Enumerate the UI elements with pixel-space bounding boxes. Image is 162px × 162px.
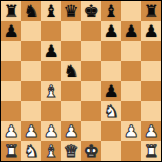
- square-f1[interactable]: [101, 141, 121, 161]
- piece-white-king[interactable]: ♚: [83, 141, 98, 161]
- square-c7[interactable]: [41, 21, 61, 41]
- piece-black-pawn[interactable]: ♟: [103, 81, 118, 101]
- square-g4[interactable]: [121, 81, 141, 101]
- piece-white-bishop[interactable]: ♝: [43, 141, 58, 161]
- square-b3[interactable]: [21, 101, 41, 121]
- square-d6[interactable]: [61, 41, 81, 61]
- square-h3[interactable]: [141, 101, 161, 121]
- piece-white-rook[interactable]: ♜: [143, 141, 158, 161]
- square-d8[interactable]: ♛: [61, 1, 81, 21]
- square-c2[interactable]: ♟: [41, 121, 61, 141]
- square-h7[interactable]: ♟: [141, 21, 161, 41]
- square-e7[interactable]: [81, 21, 101, 41]
- square-c6[interactable]: ♟: [41, 41, 61, 61]
- square-f4[interactable]: ♟: [101, 81, 121, 101]
- square-e3[interactable]: [81, 101, 101, 121]
- piece-black-queen[interactable]: ♛: [63, 1, 78, 21]
- piece-white-pawn[interactable]: ♟: [123, 121, 138, 141]
- square-a7[interactable]: ♟: [1, 21, 21, 41]
- piece-black-pawn[interactable]: ♟: [3, 21, 18, 41]
- square-f3[interactable]: ♞: [101, 101, 121, 121]
- piece-white-rook[interactable]: ♜: [3, 141, 18, 161]
- square-b1[interactable]: ♞: [21, 141, 41, 161]
- square-a8[interactable]: ♜: [1, 1, 21, 21]
- square-a1[interactable]: ♜: [1, 141, 21, 161]
- square-d4[interactable]: [61, 81, 81, 101]
- square-g7[interactable]: ♟: [121, 21, 141, 41]
- square-g3[interactable]: [121, 101, 141, 121]
- square-g5[interactable]: [121, 61, 141, 81]
- piece-white-pawn[interactable]: ♟: [3, 121, 18, 141]
- piece-white-pawn[interactable]: ♟: [143, 121, 158, 141]
- square-g6[interactable]: [121, 41, 141, 61]
- square-f5[interactable]: [101, 61, 121, 81]
- square-e4[interactable]: [81, 81, 101, 101]
- square-d5[interactable]: ♞: [61, 61, 81, 81]
- square-c8[interactable]: ♝: [41, 1, 61, 21]
- piece-white-pawn[interactable]: ♟: [63, 121, 78, 141]
- square-a5[interactable]: [1, 61, 21, 81]
- piece-black-bishop[interactable]: ♝: [103, 1, 118, 21]
- square-f7[interactable]: ♟: [101, 21, 121, 41]
- piece-white-bishop[interactable]: ♝: [43, 81, 58, 101]
- square-h4[interactable]: [141, 81, 161, 101]
- square-g1[interactable]: [121, 141, 141, 161]
- piece-black-pawn[interactable]: ♟: [123, 21, 138, 41]
- chess-board: ♜♞♝♛♚♝♜♟♟♟♟♟♞♝♟♞♟♟♟♟♟♟♜♞♝♛♚♜: [0, 0, 162, 162]
- square-e2[interactable]: [81, 121, 101, 141]
- square-d3[interactable]: [61, 101, 81, 121]
- piece-white-pawn[interactable]: ♟: [43, 121, 58, 141]
- piece-black-knight[interactable]: ♞: [23, 1, 38, 21]
- square-b6[interactable]: [21, 41, 41, 61]
- square-f8[interactable]: ♝: [101, 1, 121, 21]
- square-b8[interactable]: ♞: [21, 1, 41, 21]
- square-a6[interactable]: [1, 41, 21, 61]
- square-c1[interactable]: ♝: [41, 141, 61, 161]
- square-d1[interactable]: ♛: [61, 141, 81, 161]
- square-e8[interactable]: ♚: [81, 1, 101, 21]
- square-h1[interactable]: ♜: [141, 141, 161, 161]
- piece-black-king[interactable]: ♚: [83, 1, 98, 21]
- square-e1[interactable]: ♚: [81, 141, 101, 161]
- piece-white-pawn[interactable]: ♟: [23, 121, 38, 141]
- piece-black-knight[interactable]: ♞: [63, 61, 78, 81]
- square-h5[interactable]: [141, 61, 161, 81]
- square-f6[interactable]: [101, 41, 121, 61]
- square-c5[interactable]: [41, 61, 61, 81]
- piece-black-rook[interactable]: ♜: [3, 1, 18, 21]
- piece-black-pawn[interactable]: ♟: [103, 21, 118, 41]
- square-a4[interactable]: [1, 81, 21, 101]
- square-f2[interactable]: [101, 121, 121, 141]
- square-b7[interactable]: [21, 21, 41, 41]
- piece-white-queen[interactable]: ♛: [63, 141, 78, 161]
- square-a2[interactable]: ♟: [1, 121, 21, 141]
- square-b4[interactable]: [21, 81, 41, 101]
- square-d7[interactable]: [61, 21, 81, 41]
- square-c4[interactable]: ♝: [41, 81, 61, 101]
- square-h8[interactable]: ♜: [141, 1, 161, 21]
- square-b5[interactable]: [21, 61, 41, 81]
- piece-white-knight[interactable]: ♞: [103, 101, 118, 121]
- square-h2[interactable]: ♟: [141, 121, 161, 141]
- square-e5[interactable]: [81, 61, 101, 81]
- piece-white-knight[interactable]: ♞: [23, 141, 38, 161]
- square-d2[interactable]: ♟: [61, 121, 81, 141]
- square-b2[interactable]: ♟: [21, 121, 41, 141]
- square-e6[interactable]: [81, 41, 101, 61]
- square-g8[interactable]: [121, 1, 141, 21]
- square-c3[interactable]: [41, 101, 61, 121]
- square-g2[interactable]: ♟: [121, 121, 141, 141]
- piece-black-pawn[interactable]: ♟: [143, 21, 158, 41]
- square-h6[interactable]: [141, 41, 161, 61]
- piece-black-pawn[interactable]: ♟: [43, 41, 58, 61]
- square-a3[interactable]: [1, 101, 21, 121]
- piece-black-bishop[interactable]: ♝: [43, 1, 58, 21]
- piece-black-rook[interactable]: ♜: [143, 1, 158, 21]
